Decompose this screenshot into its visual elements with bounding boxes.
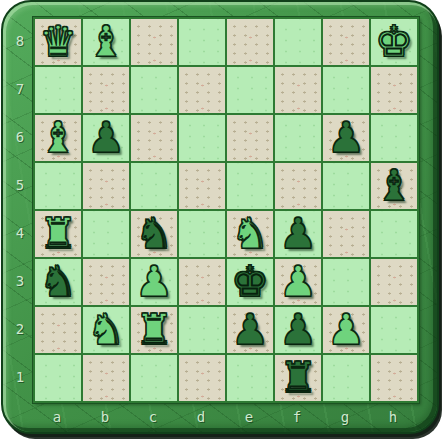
square-h2[interactable] xyxy=(371,307,417,353)
piece-black-pawn-f2[interactable]: ♟ xyxy=(279,307,317,353)
piece-black-knight-c4[interactable]: ♞ xyxy=(135,211,173,257)
square-c6[interactable] xyxy=(131,115,177,161)
piece-black-pawn-f4[interactable]: ♟ xyxy=(279,211,317,257)
square-c7[interactable] xyxy=(131,67,177,113)
square-c4[interactable]: ♞ xyxy=(131,211,177,257)
square-d3[interactable] xyxy=(179,259,225,305)
square-h3[interactable] xyxy=(371,259,417,305)
square-f5[interactable] xyxy=(275,163,321,209)
square-a5[interactable] xyxy=(35,163,81,209)
piece-white-queen-a8[interactable]: ♛ xyxy=(39,19,77,65)
rank-label-2: 2 xyxy=(7,305,33,353)
square-c2[interactable]: ♜ xyxy=(131,307,177,353)
square-a2[interactable] xyxy=(35,307,81,353)
rank-label-7: 7 xyxy=(7,65,33,113)
square-a1[interactable] xyxy=(35,355,81,401)
square-f7[interactable] xyxy=(275,67,321,113)
square-e7[interactable] xyxy=(227,67,273,113)
square-g6[interactable]: ♟ xyxy=(323,115,369,161)
square-g1[interactable] xyxy=(323,355,369,401)
piece-black-bishop-h5[interactable]: ♝ xyxy=(375,163,413,209)
square-b3[interactable] xyxy=(83,259,129,305)
square-h4[interactable] xyxy=(371,211,417,257)
square-f2[interactable]: ♟ xyxy=(275,307,321,353)
square-f4[interactable]: ♟ xyxy=(275,211,321,257)
rank-label-5: 5 xyxy=(7,161,33,209)
square-g7[interactable] xyxy=(323,67,369,113)
square-f8[interactable] xyxy=(275,19,321,65)
square-d6[interactable] xyxy=(179,115,225,161)
piece-black-knight-a3[interactable]: ♞ xyxy=(39,259,77,305)
square-g3[interactable] xyxy=(323,259,369,305)
file-label-h: h xyxy=(369,403,417,431)
square-h5[interactable]: ♝ xyxy=(371,163,417,209)
square-c5[interactable] xyxy=(131,163,177,209)
square-a6[interactable]: ♝ xyxy=(35,115,81,161)
square-d4[interactable] xyxy=(179,211,225,257)
file-label-e: e xyxy=(225,403,273,431)
square-e1[interactable] xyxy=(227,355,273,401)
file-label-f: f xyxy=(273,403,321,431)
square-d5[interactable] xyxy=(179,163,225,209)
square-d2[interactable] xyxy=(179,307,225,353)
square-d1[interactable] xyxy=(179,355,225,401)
file-label-g: g xyxy=(321,403,369,431)
square-a3[interactable]: ♞ xyxy=(35,259,81,305)
piece-black-pawn-e2[interactable]: ♟ xyxy=(231,307,269,353)
piece-white-rook-a4[interactable]: ♜ xyxy=(39,211,77,257)
file-label-b: b xyxy=(81,403,129,431)
square-b7[interactable] xyxy=(83,67,129,113)
rank-label-1: 1 xyxy=(7,353,33,401)
piece-black-pawn-g6[interactable]: ♟ xyxy=(327,115,365,161)
square-b2[interactable]: ♞ xyxy=(83,307,129,353)
square-e8[interactable] xyxy=(227,19,273,65)
square-f3[interactable]: ♟ xyxy=(275,259,321,305)
rank-labels: 87654321 xyxy=(7,17,33,403)
square-d7[interactable] xyxy=(179,67,225,113)
piece-black-rook-f1[interactable]: ♜ xyxy=(279,355,317,401)
piece-white-pawn-c3[interactable]: ♟ xyxy=(135,259,173,305)
square-e6[interactable] xyxy=(227,115,273,161)
piece-white-knight-b2[interactable]: ♞ xyxy=(87,307,125,353)
square-b8[interactable]: ♝ xyxy=(83,19,129,65)
file-label-c: c xyxy=(129,403,177,431)
square-b6[interactable]: ♟ xyxy=(83,115,129,161)
square-f1[interactable]: ♜ xyxy=(275,355,321,401)
square-c8[interactable] xyxy=(131,19,177,65)
piece-white-pawn-g2[interactable]: ♟ xyxy=(327,307,365,353)
chess-board: ♛♝♚♝♟♟♝♜♞♞♟♞♟♚♟♞♜♟♟♟♜ xyxy=(33,17,419,403)
square-g8[interactable] xyxy=(323,19,369,65)
square-d8[interactable] xyxy=(179,19,225,65)
square-b5[interactable] xyxy=(83,163,129,209)
piece-white-bishop-b8[interactable]: ♝ xyxy=(87,19,125,65)
square-a7[interactable] xyxy=(35,67,81,113)
square-a4[interactable]: ♜ xyxy=(35,211,81,257)
square-e5[interactable] xyxy=(227,163,273,209)
piece-black-pawn-b6[interactable]: ♟ xyxy=(87,115,125,161)
square-f6[interactable] xyxy=(275,115,321,161)
square-c1[interactable] xyxy=(131,355,177,401)
square-h8[interactable]: ♚ xyxy=(371,19,417,65)
rank-label-8: 8 xyxy=(7,17,33,65)
square-e4[interactable]: ♞ xyxy=(227,211,273,257)
rank-label-6: 6 xyxy=(7,113,33,161)
square-g5[interactable] xyxy=(323,163,369,209)
square-h6[interactable] xyxy=(371,115,417,161)
piece-black-king-e3[interactable]: ♚ xyxy=(231,259,269,305)
square-b4[interactable] xyxy=(83,211,129,257)
square-c3[interactable]: ♟ xyxy=(131,259,177,305)
file-labels: abcdefgh xyxy=(33,403,419,431)
square-h1[interactable] xyxy=(371,355,417,401)
square-b1[interactable] xyxy=(83,355,129,401)
square-e2[interactable]: ♟ xyxy=(227,307,273,353)
file-label-d: d xyxy=(177,403,225,431)
square-g2[interactable]: ♟ xyxy=(323,307,369,353)
square-g4[interactable] xyxy=(323,211,369,257)
piece-white-knight-e4[interactable]: ♞ xyxy=(231,211,269,257)
square-e3[interactable]: ♚ xyxy=(227,259,273,305)
square-a8[interactable]: ♛ xyxy=(35,19,81,65)
rank-label-3: 3 xyxy=(7,257,33,305)
piece-white-pawn-f3[interactable]: ♟ xyxy=(279,259,317,305)
rank-label-4: 4 xyxy=(7,209,33,257)
file-label-a: a xyxy=(33,403,81,431)
piece-white-bishop-a6[interactable]: ♝ xyxy=(39,115,77,161)
square-h7[interactable] xyxy=(371,67,417,113)
piece-white-king-h8[interactable]: ♚ xyxy=(375,19,413,65)
piece-white-rook-c2[interactable]: ♜ xyxy=(135,307,173,353)
